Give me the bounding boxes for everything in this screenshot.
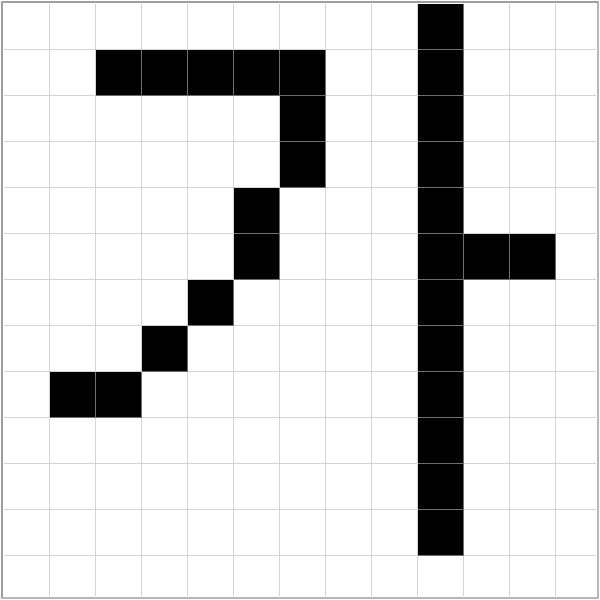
empty-cell[interactable] <box>234 280 280 326</box>
filled-cell[interactable] <box>418 4 464 50</box>
empty-cell[interactable] <box>234 4 280 50</box>
empty-cell[interactable] <box>464 326 510 372</box>
filled-cell[interactable] <box>418 510 464 556</box>
empty-cell[interactable] <box>326 280 372 326</box>
filled-cell[interactable] <box>280 96 326 142</box>
empty-cell[interactable] <box>556 234 596 280</box>
empty-cell[interactable] <box>50 4 96 50</box>
filled-cell[interactable] <box>142 326 188 372</box>
empty-cell[interactable] <box>4 556 50 596</box>
filled-cell[interactable] <box>96 50 142 96</box>
empty-cell[interactable] <box>510 326 556 372</box>
empty-cell[interactable] <box>510 188 556 234</box>
filled-cell[interactable] <box>418 326 464 372</box>
empty-cell[interactable] <box>4 372 50 418</box>
empty-cell[interactable] <box>464 556 510 596</box>
empty-cell[interactable] <box>50 50 96 96</box>
empty-cell[interactable] <box>372 326 418 372</box>
empty-cell[interactable] <box>234 372 280 418</box>
empty-cell[interactable] <box>96 142 142 188</box>
empty-cell[interactable] <box>50 510 96 556</box>
empty-cell[interactable] <box>96 464 142 510</box>
empty-cell[interactable] <box>50 142 96 188</box>
empty-cell[interactable] <box>96 280 142 326</box>
filled-cell[interactable] <box>418 234 464 280</box>
filled-cell[interactable] <box>418 96 464 142</box>
empty-cell[interactable] <box>510 556 556 596</box>
empty-cell[interactable] <box>326 96 372 142</box>
empty-cell[interactable] <box>234 510 280 556</box>
filled-cell[interactable] <box>418 142 464 188</box>
empty-cell[interactable] <box>556 96 596 142</box>
empty-cell[interactable] <box>556 188 596 234</box>
empty-cell[interactable] <box>234 464 280 510</box>
empty-cell[interactable] <box>4 510 50 556</box>
empty-cell[interactable] <box>326 50 372 96</box>
empty-cell[interactable] <box>556 372 596 418</box>
empty-cell[interactable] <box>326 234 372 280</box>
empty-cell[interactable] <box>188 96 234 142</box>
empty-cell[interactable] <box>96 96 142 142</box>
empty-cell[interactable] <box>96 188 142 234</box>
filled-cell[interactable] <box>188 50 234 96</box>
empty-cell[interactable] <box>4 142 50 188</box>
filled-cell[interactable] <box>234 234 280 280</box>
filled-cell[interactable] <box>418 418 464 464</box>
empty-cell[interactable] <box>464 96 510 142</box>
empty-cell[interactable] <box>326 4 372 50</box>
empty-cell[interactable] <box>50 280 96 326</box>
empty-cell[interactable] <box>326 556 372 596</box>
empty-cell[interactable] <box>188 4 234 50</box>
empty-cell[interactable] <box>326 326 372 372</box>
empty-cell[interactable] <box>556 280 596 326</box>
filled-cell[interactable] <box>280 142 326 188</box>
empty-cell[interactable] <box>142 188 188 234</box>
empty-cell[interactable] <box>234 326 280 372</box>
empty-cell[interactable] <box>4 280 50 326</box>
empty-cell[interactable] <box>372 510 418 556</box>
pixel-grid-board <box>0 0 600 600</box>
empty-cell[interactable] <box>50 464 96 510</box>
empty-cell[interactable] <box>556 4 596 50</box>
empty-cell[interactable] <box>142 464 188 510</box>
empty-cell[interactable] <box>510 280 556 326</box>
empty-cell[interactable] <box>142 418 188 464</box>
empty-cell[interactable] <box>50 234 96 280</box>
empty-cell[interactable] <box>556 326 596 372</box>
empty-cell[interactable] <box>142 556 188 596</box>
empty-cell[interactable] <box>4 418 50 464</box>
empty-cell[interactable] <box>464 464 510 510</box>
empty-cell[interactable] <box>234 418 280 464</box>
empty-cell[interactable] <box>188 372 234 418</box>
empty-cell[interactable] <box>4 188 50 234</box>
filled-cell[interactable] <box>418 188 464 234</box>
empty-cell[interactable] <box>464 142 510 188</box>
empty-cell[interactable] <box>510 96 556 142</box>
empty-cell[interactable] <box>188 510 234 556</box>
empty-cell[interactable] <box>142 280 188 326</box>
empty-cell[interactable] <box>372 96 418 142</box>
empty-cell[interactable] <box>142 142 188 188</box>
empty-cell[interactable] <box>188 464 234 510</box>
empty-cell[interactable] <box>510 142 556 188</box>
filled-cell[interactable] <box>418 50 464 96</box>
empty-cell[interactable] <box>50 96 96 142</box>
filled-cell[interactable] <box>142 50 188 96</box>
empty-cell[interactable] <box>280 418 326 464</box>
empty-cell[interactable] <box>4 50 50 96</box>
filled-cell[interactable] <box>96 372 142 418</box>
empty-cell[interactable] <box>4 96 50 142</box>
empty-cell[interactable] <box>372 234 418 280</box>
empty-cell[interactable] <box>556 50 596 96</box>
empty-cell[interactable] <box>418 556 464 596</box>
empty-cell[interactable] <box>372 4 418 50</box>
empty-cell[interactable] <box>188 234 234 280</box>
empty-cell[interactable] <box>50 188 96 234</box>
empty-cell[interactable] <box>188 188 234 234</box>
puzzle-grid <box>4 4 596 596</box>
empty-cell[interactable] <box>556 142 596 188</box>
empty-cell[interactable] <box>372 464 418 510</box>
empty-cell[interactable] <box>464 4 510 50</box>
empty-cell[interactable] <box>188 418 234 464</box>
empty-cell[interactable] <box>372 280 418 326</box>
empty-cell[interactable] <box>234 142 280 188</box>
empty-cell[interactable] <box>280 280 326 326</box>
empty-cell[interactable] <box>96 326 142 372</box>
empty-cell[interactable] <box>188 556 234 596</box>
empty-cell[interactable] <box>96 234 142 280</box>
empty-cell[interactable] <box>510 372 556 418</box>
empty-cell[interactable] <box>464 418 510 464</box>
empty-cell[interactable] <box>510 50 556 96</box>
empty-cell[interactable] <box>326 372 372 418</box>
empty-cell[interactable] <box>96 510 142 556</box>
empty-cell[interactable] <box>142 234 188 280</box>
empty-cell[interactable] <box>326 510 372 556</box>
filled-cell[interactable] <box>188 280 234 326</box>
empty-cell[interactable] <box>96 4 142 50</box>
empty-cell[interactable] <box>142 510 188 556</box>
filled-cell[interactable] <box>418 372 464 418</box>
empty-cell[interactable] <box>556 464 596 510</box>
filled-cell[interactable] <box>234 50 280 96</box>
empty-cell[interactable] <box>280 326 326 372</box>
empty-cell[interactable] <box>142 4 188 50</box>
empty-cell[interactable] <box>326 464 372 510</box>
empty-cell[interactable] <box>372 50 418 96</box>
empty-cell[interactable] <box>280 234 326 280</box>
empty-cell[interactable] <box>280 188 326 234</box>
empty-cell[interactable] <box>280 556 326 596</box>
empty-cell[interactable] <box>4 326 50 372</box>
empty-cell[interactable] <box>50 326 96 372</box>
empty-cell[interactable] <box>326 142 372 188</box>
empty-cell[interactable] <box>280 372 326 418</box>
empty-cell[interactable] <box>280 464 326 510</box>
empty-cell[interactable] <box>234 96 280 142</box>
empty-cell[interactable] <box>142 96 188 142</box>
filled-cell[interactable] <box>50 372 96 418</box>
filled-cell[interactable] <box>510 234 556 280</box>
empty-cell[interactable] <box>4 4 50 50</box>
empty-cell[interactable] <box>372 188 418 234</box>
empty-cell[interactable] <box>188 326 234 372</box>
empty-cell[interactable] <box>510 418 556 464</box>
empty-cell[interactable] <box>50 556 96 596</box>
filled-cell[interactable] <box>464 234 510 280</box>
empty-cell[interactable] <box>96 418 142 464</box>
empty-cell[interactable] <box>510 464 556 510</box>
empty-cell[interactable] <box>96 556 142 596</box>
filled-cell[interactable] <box>418 280 464 326</box>
empty-cell[interactable] <box>4 464 50 510</box>
empty-cell[interactable] <box>556 418 596 464</box>
filled-cell[interactable] <box>280 50 326 96</box>
empty-cell[interactable] <box>280 510 326 556</box>
empty-cell[interactable] <box>556 556 596 596</box>
empty-cell[interactable] <box>4 234 50 280</box>
empty-cell[interactable] <box>510 510 556 556</box>
empty-cell[interactable] <box>464 280 510 326</box>
empty-cell[interactable] <box>464 188 510 234</box>
empty-cell[interactable] <box>326 188 372 234</box>
empty-cell[interactable] <box>280 4 326 50</box>
empty-cell[interactable] <box>464 50 510 96</box>
filled-cell[interactable] <box>234 188 280 234</box>
empty-cell[interactable] <box>372 142 418 188</box>
empty-cell[interactable] <box>556 510 596 556</box>
empty-cell[interactable] <box>50 418 96 464</box>
empty-cell[interactable] <box>372 372 418 418</box>
filled-cell[interactable] <box>418 464 464 510</box>
empty-cell[interactable] <box>464 372 510 418</box>
empty-cell[interactable] <box>372 418 418 464</box>
empty-cell[interactable] <box>326 418 372 464</box>
empty-cell[interactable] <box>372 556 418 596</box>
empty-cell[interactable] <box>234 556 280 596</box>
empty-cell[interactable] <box>464 510 510 556</box>
empty-cell[interactable] <box>142 372 188 418</box>
empty-cell[interactable] <box>510 4 556 50</box>
empty-cell[interactable] <box>188 142 234 188</box>
